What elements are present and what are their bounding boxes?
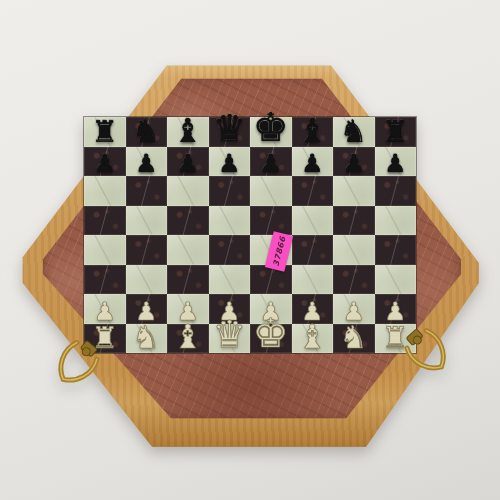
square-h6[interactable] bbox=[375, 176, 417, 206]
square-h4[interactable] bbox=[375, 235, 417, 265]
chessboard: ♜♞♝♛♚♝♞♜♟♟♟♟♟♟♟♟♟♟♟♟♟♟♟♟♜♞♝♛♚♝♞♜ bbox=[84, 117, 416, 353]
square-e7[interactable]: ♟ bbox=[250, 147, 292, 177]
black-rook-h8[interactable]: ♜ bbox=[382, 117, 409, 147]
black-pawn-g7[interactable]: ♟ bbox=[343, 151, 365, 176]
square-e5[interactable] bbox=[250, 206, 292, 236]
square-f3[interactable] bbox=[292, 265, 334, 295]
black-bishop-f8[interactable]: ♝ bbox=[297, 114, 327, 147]
square-b6[interactable] bbox=[126, 176, 168, 206]
black-pawn-d7[interactable]: ♟ bbox=[218, 151, 240, 176]
square-e1[interactable]: ♚ bbox=[250, 324, 292, 354]
square-d4[interactable] bbox=[209, 235, 251, 265]
square-g8[interactable]: ♞ bbox=[333, 117, 375, 147]
square-b8[interactable]: ♞ bbox=[126, 117, 168, 147]
square-b5[interactable] bbox=[126, 206, 168, 236]
black-pawn-f7[interactable]: ♟ bbox=[301, 151, 323, 176]
square-g7[interactable]: ♟ bbox=[333, 147, 375, 177]
black-pawn-a7[interactable]: ♟ bbox=[94, 151, 116, 176]
lot-number: 37866 bbox=[271, 236, 287, 268]
black-pawn-e7[interactable]: ♟ bbox=[260, 151, 282, 176]
black-rook-a8[interactable]: ♜ bbox=[91, 117, 118, 147]
square-d6[interactable] bbox=[209, 176, 251, 206]
white-knight-g1[interactable]: ♞ bbox=[340, 322, 368, 353]
square-d5[interactable] bbox=[209, 206, 251, 236]
square-a8[interactable]: ♜ bbox=[84, 117, 126, 147]
square-e6[interactable] bbox=[250, 176, 292, 206]
square-a6[interactable] bbox=[84, 176, 126, 206]
white-king-e1[interactable]: ♚ bbox=[253, 313, 289, 353]
square-g6[interactable] bbox=[333, 176, 375, 206]
square-d8[interactable]: ♛ bbox=[209, 117, 251, 147]
square-e3[interactable] bbox=[250, 265, 292, 295]
square-f8[interactable]: ♝ bbox=[292, 117, 334, 147]
square-c7[interactable]: ♟ bbox=[167, 147, 209, 177]
square-a5[interactable] bbox=[84, 206, 126, 236]
box-shadow-wrap: ♜♞♝♛♚♝♞♜♟♟♟♟♟♟♟♟♟♟♟♟♟♟♟♟♜♞♝♛♚♝♞♜ 37866 bbox=[0, 0, 500, 500]
square-f4[interactable] bbox=[292, 235, 334, 265]
black-knight-g8[interactable]: ♞ bbox=[340, 116, 368, 147]
black-pawn-h7[interactable]: ♟ bbox=[384, 151, 406, 176]
square-c5[interactable] bbox=[167, 206, 209, 236]
square-b3[interactable] bbox=[126, 265, 168, 295]
photo-background: ♜♞♝♛♚♝♞♜♟♟♟♟♟♟♟♟♟♟♟♟♟♟♟♟♜♞♝♛♚♝♞♜ 37866 bbox=[0, 0, 500, 500]
white-queen-d1[interactable]: ♛ bbox=[213, 316, 246, 353]
square-f7[interactable]: ♟ bbox=[292, 147, 334, 177]
black-pawn-b7[interactable]: ♟ bbox=[135, 151, 157, 176]
black-knight-b8[interactable]: ♞ bbox=[132, 116, 160, 147]
square-d1[interactable]: ♛ bbox=[209, 324, 251, 354]
black-queen-d8[interactable]: ♛ bbox=[213, 110, 246, 147]
square-h8[interactable]: ♜ bbox=[375, 117, 417, 147]
white-bishop-c1[interactable]: ♝ bbox=[173, 320, 203, 353]
white-knight-b1[interactable]: ♞ bbox=[132, 322, 160, 353]
white-bishop-f1[interactable]: ♝ bbox=[297, 320, 327, 353]
square-h7[interactable]: ♟ bbox=[375, 147, 417, 177]
square-g3[interactable] bbox=[333, 265, 375, 295]
square-h5[interactable] bbox=[375, 206, 417, 236]
black-bishop-c8[interactable]: ♝ bbox=[173, 114, 203, 147]
square-a3[interactable] bbox=[84, 265, 126, 295]
square-b4[interactable] bbox=[126, 235, 168, 265]
square-a4[interactable] bbox=[84, 235, 126, 265]
square-c6[interactable] bbox=[167, 176, 209, 206]
square-c4[interactable] bbox=[167, 235, 209, 265]
square-d7[interactable]: ♟ bbox=[209, 147, 251, 177]
square-f6[interactable] bbox=[292, 176, 334, 206]
black-pawn-c7[interactable]: ♟ bbox=[177, 151, 199, 176]
square-b1[interactable]: ♞ bbox=[126, 324, 168, 354]
square-b7[interactable]: ♟ bbox=[126, 147, 168, 177]
black-king-e8[interactable]: ♚ bbox=[253, 107, 289, 147]
square-f1[interactable]: ♝ bbox=[292, 324, 334, 354]
square-a7[interactable]: ♟ bbox=[84, 147, 126, 177]
square-e8[interactable]: ♚ bbox=[250, 117, 292, 147]
square-g1[interactable]: ♞ bbox=[333, 324, 375, 354]
square-g4[interactable] bbox=[333, 235, 375, 265]
square-d3[interactable] bbox=[209, 265, 251, 295]
square-c3[interactable] bbox=[167, 265, 209, 295]
square-c1[interactable]: ♝ bbox=[167, 324, 209, 354]
square-h3[interactable] bbox=[375, 265, 417, 295]
square-c8[interactable]: ♝ bbox=[167, 117, 209, 147]
square-f5[interactable] bbox=[292, 206, 334, 236]
square-g5[interactable] bbox=[333, 206, 375, 236]
